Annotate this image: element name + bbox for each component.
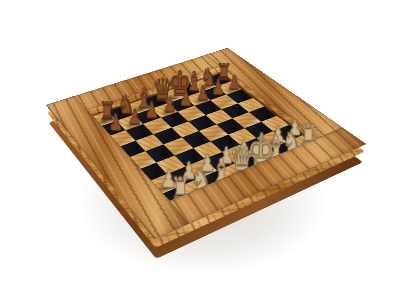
piece-black-pawn: ♟ (161, 94, 178, 115)
piece-black-pawn: ♟ (178, 89, 195, 109)
product-photo-stage: ♜♞♝♛♚♝♞♜♟♟♟♟♟♟♟♟♟♟♟♟♟♟♟♟♜♞♝♛♚♝♞♜ (0, 0, 396, 297)
scene: ♜♞♝♛♚♝♞♜♟♟♟♟♟♟♟♟♟♟♟♟♟♟♟♟♜♞♝♛♚♝♞♜ (0, 0, 396, 297)
square-f4 (216, 118, 244, 134)
piece-black-pawn: ♟ (194, 83, 210, 103)
chessboard: ♜♞♝♛♚♝♞♜♟♟♟♟♟♟♟♟♟♟♟♟♟♟♟♟♜♞♝♛♚♝♞♜ (47, 54, 366, 247)
piece-black-pawn: ♟ (126, 106, 143, 127)
piece-black-pawn: ♟ (107, 112, 125, 133)
piece-black-pawn: ♟ (144, 100, 161, 121)
piece-black-pawn: ♟ (210, 78, 226, 98)
piece-black-pawn: ♟ (226, 73, 242, 92)
